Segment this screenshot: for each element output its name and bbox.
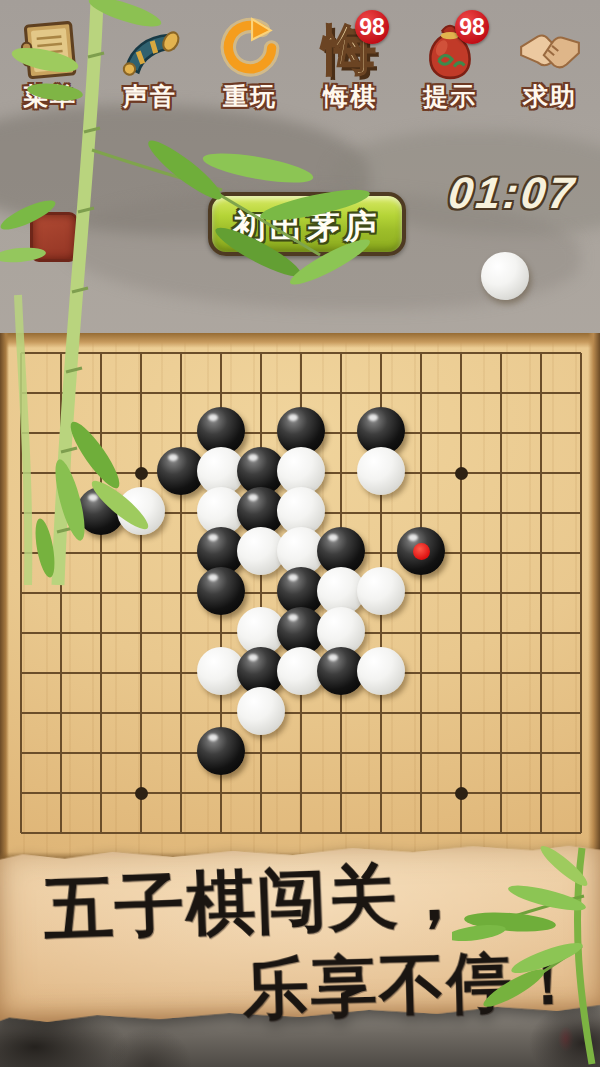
toolbar-undo-button[interactable]: 悔悔悔棋98	[302, 16, 398, 111]
timer: 01:07	[422, 168, 600, 218]
star-point	[135, 467, 148, 480]
scroll-icon	[17, 16, 83, 82]
replay-icon	[217, 16, 283, 82]
toolbar-replay-button[interactable]: 重玩	[202, 16, 298, 111]
toolbar-hint-label: 提示	[402, 83, 498, 111]
toolbar-help-button[interactable]: 求助	[502, 16, 598, 111]
toolbar-sound-label: 声音	[102, 83, 198, 111]
horn-icon	[117, 16, 183, 82]
white-stone	[357, 567, 405, 615]
toolbar: 菜单声音重玩悔悔悔棋98提示98求助	[0, 8, 600, 133]
toolbar-menu-button[interactable]: 菜单	[2, 16, 98, 111]
red-seal-decoration	[30, 212, 78, 262]
last-move-marker	[413, 543, 430, 560]
level-label: 初出茅庐	[212, 205, 402, 250]
badge-undo-count: 98	[355, 10, 389, 44]
handshake-icon	[517, 16, 583, 82]
game-board[interactable]	[0, 333, 600, 862]
star-point	[455, 467, 468, 480]
game-screen: 菜单声音重玩悔悔悔棋98提示98求助 初出茅庐 01:07	[0, 0, 600, 1067]
toolbar-undo-label: 悔棋	[302, 83, 398, 111]
black-stone	[397, 527, 445, 575]
white-stone	[237, 687, 285, 735]
black-stone	[197, 727, 245, 775]
toolbar-replay-label: 重玩	[202, 83, 298, 111]
black-stone	[197, 567, 245, 615]
star-point	[455, 787, 468, 800]
white-stone	[117, 487, 165, 535]
paper-banner: 五子棋闯关， 乐享不停！	[0, 840, 600, 1026]
badge-hint-count: 98	[455, 10, 489, 44]
star-point	[135, 787, 148, 800]
banner-line2: 乐享不停！	[242, 935, 585, 1035]
toolbar-hint-button[interactable]: 提示98	[402, 16, 498, 111]
toolbar-menu-label: 菜单	[2, 83, 98, 111]
toolbar-sound-button[interactable]: 声音	[102, 16, 198, 111]
turn-indicator-white-stone	[481, 252, 529, 300]
level-button[interactable]: 初出茅庐	[208, 192, 406, 256]
toolbar-help-label: 求助	[502, 83, 598, 111]
white-stone	[357, 647, 405, 695]
white-stone	[357, 447, 405, 495]
